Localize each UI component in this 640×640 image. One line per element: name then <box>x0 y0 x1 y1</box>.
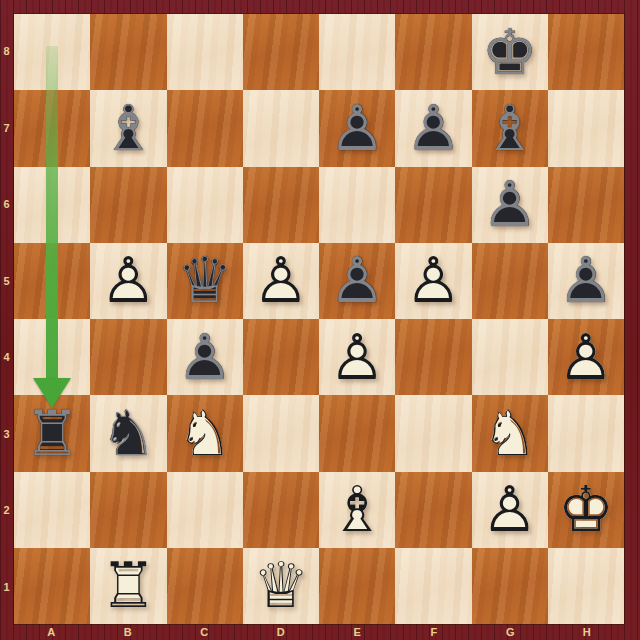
square-g4[interactable] <box>472 319 548 395</box>
square-c6[interactable] <box>167 167 243 243</box>
piece-black-queen-c5[interactable]: ♛♕ <box>167 243 243 319</box>
square-f4[interactable] <box>395 319 471 395</box>
square-b3[interactable]: ♞♘ <box>90 395 166 471</box>
square-g2[interactable]: ♟♙ <box>472 472 548 548</box>
white-pawn-outline: ♙ <box>90 243 166 319</box>
move-arrow-shaft <box>46 46 58 382</box>
white-pawn-outline: ♙ <box>472 472 548 548</box>
square-h2[interactable]: ♚♔ <box>548 472 624 548</box>
rank-label-6: 6 <box>0 197 13 211</box>
piece-white-pawn-e4[interactable]: ♟♙ <box>319 319 395 395</box>
square-f1[interactable] <box>395 548 471 624</box>
square-c3[interactable]: ♞♘ <box>167 395 243 471</box>
white-knight-outline: ♘ <box>167 395 243 471</box>
black-pawn-outline: ♙ <box>319 243 395 319</box>
square-c5[interactable]: ♛♕ <box>167 243 243 319</box>
white-knight-outline: ♘ <box>472 395 548 471</box>
square-b7[interactable]: ♝♗ <box>90 90 166 166</box>
piece-black-pawn-h5[interactable]: ♟♙ <box>548 243 624 319</box>
file-label-d: D <box>266 625 296 639</box>
square-b4[interactable] <box>90 319 166 395</box>
piece-black-pawn-g6[interactable]: ♟♙ <box>472 167 548 243</box>
square-b6[interactable] <box>90 167 166 243</box>
piece-black-bishop-g7[interactable]: ♝♗ <box>472 90 548 166</box>
file-label-b: B <box>113 625 143 639</box>
square-h1[interactable] <box>548 548 624 624</box>
square-c1[interactable] <box>167 548 243 624</box>
square-h6[interactable] <box>548 167 624 243</box>
square-c4[interactable]: ♟♙ <box>167 319 243 395</box>
square-h3[interactable] <box>548 395 624 471</box>
piece-white-rook-b1[interactable]: ♜♖ <box>90 548 166 624</box>
square-g5[interactable] <box>472 243 548 319</box>
square-f2[interactable] <box>395 472 471 548</box>
square-b5[interactable]: ♟♙ <box>90 243 166 319</box>
piece-white-bishop-e2[interactable]: ♝♗ <box>319 472 395 548</box>
square-b8[interactable] <box>90 14 166 90</box>
square-e4[interactable]: ♟♙ <box>319 319 395 395</box>
black-pawn-outline: ♙ <box>472 167 548 243</box>
square-e5[interactable]: ♟♙ <box>319 243 395 319</box>
black-knight-outline: ♘ <box>90 395 166 471</box>
piece-white-knight-g3[interactable]: ♞♘ <box>472 395 548 471</box>
square-h8[interactable] <box>548 14 624 90</box>
piece-white-pawn-b5[interactable]: ♟♙ <box>90 243 166 319</box>
piece-black-bishop-b7[interactable]: ♝♗ <box>90 90 166 166</box>
square-e8[interactable] <box>319 14 395 90</box>
square-a1[interactable] <box>14 548 90 624</box>
file-label-e: E <box>342 625 372 639</box>
file-label-g: G <box>495 625 525 639</box>
piece-white-knight-c3[interactable]: ♞♘ <box>167 395 243 471</box>
white-pawn-outline: ♙ <box>243 243 319 319</box>
black-bishop-outline: ♗ <box>472 90 548 166</box>
square-e3[interactable] <box>319 395 395 471</box>
square-f8[interactable] <box>395 14 471 90</box>
square-f3[interactable] <box>395 395 471 471</box>
square-e2[interactable]: ♝♗ <box>319 472 395 548</box>
square-e1[interactable] <box>319 548 395 624</box>
square-g3[interactable]: ♞♘ <box>472 395 548 471</box>
white-rook-outline: ♖ <box>90 548 166 624</box>
rank-label-1: 1 <box>0 580 13 594</box>
square-f6[interactable] <box>395 167 471 243</box>
piece-white-queen-d1[interactable]: ♛♕ <box>243 548 319 624</box>
white-queen-outline: ♕ <box>243 548 319 624</box>
piece-black-king-g8[interactable]: ♚♔ <box>472 14 548 90</box>
chess-board-frame: ♚♔♝♗♟♙♟♙♝♗♟♙♟♙♛♕♟♙♟♙♟♙♟♙♟♙♟♙♟♙♜♖♞♘♞♘♞♘♝♗… <box>0 0 640 640</box>
file-label-f: F <box>419 625 449 639</box>
piece-white-pawn-d5[interactable]: ♟♙ <box>243 243 319 319</box>
square-h4[interactable]: ♟♙ <box>548 319 624 395</box>
piece-black-pawn-e7[interactable]: ♟♙ <box>319 90 395 166</box>
square-f7[interactable]: ♟♙ <box>395 90 471 166</box>
square-b2[interactable] <box>90 472 166 548</box>
rank-label-4: 4 <box>0 350 13 364</box>
square-g1[interactable] <box>472 548 548 624</box>
square-b1[interactable]: ♜♖ <box>90 548 166 624</box>
black-king-outline: ♔ <box>472 14 548 90</box>
square-d6[interactable] <box>243 167 319 243</box>
square-d7[interactable] <box>243 90 319 166</box>
black-pawn-outline: ♙ <box>395 90 471 166</box>
square-h7[interactable] <box>548 90 624 166</box>
move-arrow-head-icon <box>33 378 71 408</box>
black-pawn-outline: ♙ <box>319 90 395 166</box>
square-f5[interactable]: ♟♙ <box>395 243 471 319</box>
square-c7[interactable] <box>167 90 243 166</box>
piece-white-king-h2[interactable]: ♚♔ <box>548 472 624 548</box>
square-a2[interactable] <box>14 472 90 548</box>
square-d3[interactable] <box>243 395 319 471</box>
rank-label-8: 8 <box>0 44 13 58</box>
black-queen-outline: ♕ <box>167 243 243 319</box>
white-pawn-outline: ♙ <box>395 243 471 319</box>
white-king-outline: ♔ <box>548 472 624 548</box>
white-bishop-outline: ♗ <box>319 472 395 548</box>
square-g8[interactable]: ♚♔ <box>472 14 548 90</box>
chess-board: ♚♔♝♗♟♙♟♙♝♗♟♙♟♙♛♕♟♙♟♙♟♙♟♙♟♙♟♙♟♙♜♖♞♘♞♘♞♘♝♗… <box>13 13 625 625</box>
black-bishop-outline: ♗ <box>90 90 166 166</box>
rank-label-2: 2 <box>0 503 13 517</box>
square-c8[interactable] <box>167 14 243 90</box>
square-d8[interactable] <box>243 14 319 90</box>
square-d1[interactable]: ♛♕ <box>243 548 319 624</box>
piece-black-pawn-e5[interactable]: ♟♙ <box>319 243 395 319</box>
piece-white-pawn-h4[interactable]: ♟♙ <box>548 319 624 395</box>
file-label-c: C <box>189 625 219 639</box>
rank-label-5: 5 <box>0 274 13 288</box>
square-e6[interactable] <box>319 167 395 243</box>
square-d2[interactable] <box>243 472 319 548</box>
square-e7[interactable]: ♟♙ <box>319 90 395 166</box>
piece-black-pawn-c4[interactable]: ♟♙ <box>167 319 243 395</box>
file-label-h: H <box>572 625 602 639</box>
black-pawn-outline: ♙ <box>548 243 624 319</box>
square-d5[interactable]: ♟♙ <box>243 243 319 319</box>
piece-white-pawn-g2[interactable]: ♟♙ <box>472 472 548 548</box>
piece-black-knight-b3[interactable]: ♞♘ <box>90 395 166 471</box>
square-g7[interactable]: ♝♗ <box>472 90 548 166</box>
square-c2[interactable] <box>167 472 243 548</box>
square-g6[interactable]: ♟♙ <box>472 167 548 243</box>
rank-label-3: 3 <box>0 427 13 441</box>
white-pawn-outline: ♙ <box>319 319 395 395</box>
white-pawn-outline: ♙ <box>548 319 624 395</box>
piece-white-pawn-f5[interactable]: ♟♙ <box>395 243 471 319</box>
piece-black-pawn-f7[interactable]: ♟♙ <box>395 90 471 166</box>
black-pawn-outline: ♙ <box>167 319 243 395</box>
rank-label-7: 7 <box>0 121 13 135</box>
square-d4[interactable] <box>243 319 319 395</box>
square-h5[interactable]: ♟♙ <box>548 243 624 319</box>
file-label-a: A <box>36 625 66 639</box>
